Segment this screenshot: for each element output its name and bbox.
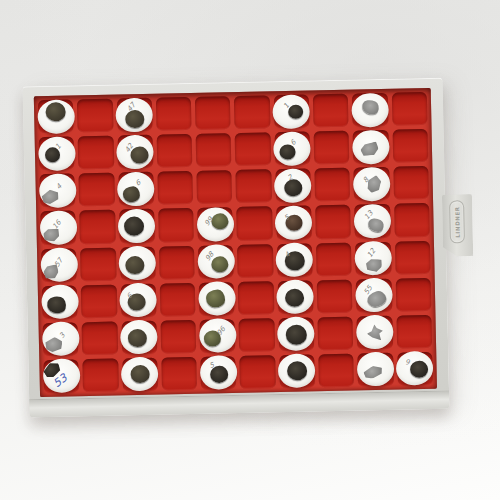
tray-cell[interactable] [160, 320, 196, 354]
coin [204, 330, 221, 346]
tray-cell[interactable] [195, 96, 231, 130]
tray-cell[interactable] [392, 129, 428, 163]
coin [40, 188, 59, 205]
ticket-label: 12 [366, 248, 378, 260]
coin-disc[interactable] [119, 246, 157, 281]
coin-disc[interactable] [118, 209, 156, 244]
coin-disc[interactable] [120, 320, 158, 355]
tray-cell[interactable] [119, 209, 155, 243]
tray-cell[interactable]: 2 [275, 169, 311, 203]
tray-cell[interactable] [353, 130, 389, 164]
coin-disc[interactable]: 6 [274, 131, 312, 166]
tray-cell[interactable] [357, 315, 393, 349]
tray-cell[interactable] [391, 92, 427, 126]
coin-disc[interactable]: 6 [119, 283, 157, 318]
lindner-tab[interactable]: LINDNER [442, 194, 473, 257]
tray-cell[interactable]: 16 [40, 211, 76, 245]
tray-cell[interactable] [240, 355, 276, 389]
tray-cell[interactable]: 99 [197, 207, 233, 241]
tray-cell[interactable] [156, 97, 192, 131]
coin-disc[interactable]: 96 [199, 318, 237, 353]
coin-tray: LINDNER 47114264628169951357984126553965… [23, 78, 450, 418]
coin [45, 147, 60, 162]
coin-disc[interactable]: 1 [38, 136, 76, 171]
tray-cell[interactable]: 5 [200, 356, 236, 390]
tray-cell[interactable]: 96 [200, 319, 236, 353]
coin [367, 324, 383, 340]
coin [46, 102, 66, 121]
coin [126, 110, 145, 128]
coin [366, 175, 382, 195]
coin-disc[interactable]: 8 [353, 167, 391, 202]
tray-cell[interactable]: 9 [397, 352, 433, 386]
tray-cell[interactable] [313, 94, 349, 128]
coin [130, 365, 149, 383]
coin-disc[interactable] [352, 129, 390, 164]
tray-cell[interactable] [81, 284, 117, 318]
coin-disc[interactable] [356, 315, 394, 350]
coin [365, 289, 387, 309]
coin [43, 228, 60, 242]
tray-cell[interactable] [77, 99, 113, 133]
coin [366, 216, 386, 235]
brand-text: LINDNER [454, 206, 461, 238]
tray-cell[interactable]: 12 [355, 241, 391, 275]
tray-cell[interactable] [196, 133, 232, 167]
coin-disc[interactable]: 55 [355, 278, 393, 313]
coin [279, 144, 295, 159]
tray-cell[interactable] [239, 318, 275, 352]
tray-cell[interactable] [237, 207, 273, 241]
tray-cell[interactable] [236, 169, 272, 203]
coin-disc[interactable]: 4 [39, 173, 77, 208]
tray-cell[interactable] [395, 278, 431, 312]
tray-cell[interactable]: 53 [43, 359, 79, 393]
coin [45, 337, 62, 352]
tray-cell[interactable]: 55 [356, 278, 392, 312]
tray-cell[interactable] [394, 203, 430, 237]
coin-disc[interactable]: 3 [42, 322, 80, 357]
coin-disc[interactable]: 6 [117, 172, 155, 207]
coin [285, 215, 302, 231]
tray-cell[interactable]: 1 [39, 136, 75, 170]
coin-disc[interactable] [121, 357, 159, 392]
coin [285, 251, 305, 270]
coin [363, 364, 384, 380]
tray-cell[interactable] [314, 168, 350, 202]
tray-cell[interactable] [358, 353, 394, 387]
coin [285, 288, 304, 306]
tray-cell[interactable] [234, 95, 270, 129]
ticket-label: 4 [55, 183, 64, 192]
tray-cell[interactable] [157, 171, 193, 205]
tray-cell[interactable] [278, 317, 314, 351]
coin [43, 264, 59, 280]
coin-disc[interactable] [41, 285, 79, 320]
tray-cell[interactable] [393, 166, 429, 200]
ticket-label: 3 [57, 331, 66, 339]
coin-disc[interactable]: 99 [196, 207, 234, 242]
tray-cell[interactable]: 42 [117, 135, 153, 169]
tray-cell[interactable]: 4 [277, 243, 313, 277]
coin-disc[interactable]: 5 [275, 205, 313, 240]
tray-cell[interactable] [197, 170, 233, 204]
coin [360, 97, 381, 117]
tray-cell[interactable] [158, 208, 194, 242]
coin [128, 294, 146, 311]
coin [131, 146, 149, 163]
coin [125, 256, 144, 274]
coin [128, 329, 147, 347]
coin [409, 361, 427, 378]
tray-cell[interactable] [235, 132, 271, 166]
tray-cell[interactable] [199, 282, 235, 316]
coin-disc[interactable]: 57 [40, 247, 78, 282]
tray-cell[interactable] [352, 93, 388, 127]
tray-cell[interactable] [316, 242, 352, 276]
tray-cell[interactable] [121, 320, 157, 354]
tray-cell[interactable] [122, 358, 158, 392]
coin-disc[interactable]: 53 [42, 359, 80, 394]
coin-disc[interactable]: 5 [200, 355, 238, 390]
tray-cell[interactable]: 47 [116, 98, 152, 132]
coin-disc[interactable]: 9 [396, 351, 434, 386]
ticket-label: 9 [405, 358, 410, 366]
coin-disc[interactable]: 16 [39, 210, 77, 245]
tray-cell[interactable] [82, 321, 118, 355]
coin [206, 289, 225, 307]
red-felt-insert: 47114264628169951357984126553965359 [34, 88, 437, 397]
tray-cell[interactable] [278, 280, 314, 314]
tray-cell[interactable]: 13 [355, 204, 391, 238]
coin-disc[interactable] [357, 352, 395, 387]
coin [42, 360, 63, 380]
coin-disc[interactable]: 98 [197, 244, 235, 279]
tray-cell[interactable] [314, 131, 350, 165]
tray-cell[interactable]: 6 [120, 283, 156, 317]
coin [286, 325, 307, 345]
tray-cell[interactable] [317, 279, 353, 313]
coin-disc[interactable] [277, 280, 315, 315]
coin-disc[interactable]: 47 [116, 97, 154, 132]
tray-cell[interactable] [161, 357, 197, 391]
coin [287, 361, 307, 380]
coin [288, 104, 303, 118]
coin [211, 257, 228, 273]
coin-disc[interactable] [198, 281, 236, 316]
tray-grid: 47114264628169951357984126553965359 [38, 92, 433, 393]
tray-cell[interactable] [38, 99, 74, 133]
tray-cell[interactable] [79, 210, 115, 244]
tray-cell[interactable]: 1 [274, 94, 310, 128]
tray-cell[interactable]: 3 [43, 322, 79, 356]
tray-cell[interactable] [315, 205, 351, 239]
coin [123, 186, 140, 202]
tray-cell[interactable] [318, 316, 354, 350]
tray-cell[interactable] [80, 247, 116, 281]
tray-cell[interactable] [42, 285, 78, 319]
coin-disc[interactable]: 12 [354, 241, 392, 276]
tray-cell[interactable] [396, 315, 432, 349]
tray-cell[interactable]: 8 [354, 167, 390, 201]
tray-cell[interactable] [79, 173, 115, 207]
coin-disc[interactable]: 13 [354, 204, 392, 239]
coin-disc[interactable]: 1 [273, 94, 311, 129]
coin [211, 213, 228, 229]
tray-cell[interactable]: 6 [118, 172, 154, 206]
coin-disc[interactable] [277, 317, 315, 352]
coin [124, 216, 144, 235]
coin-disc[interactable]: 4 [276, 242, 314, 277]
coin [284, 179, 302, 196]
coin-disc[interactable] [278, 354, 316, 389]
tray-cell[interactable] [78, 136, 114, 170]
tray-cell[interactable] [83, 358, 119, 392]
coin [46, 294, 69, 315]
tray-cell[interactable] [160, 282, 196, 316]
tray-cell[interactable] [237, 244, 273, 278]
tray-cell[interactable] [159, 245, 195, 279]
tray-cell[interactable]: 98 [198, 245, 234, 279]
tray-cell[interactable]: 4 [39, 174, 75, 208]
coin [210, 366, 228, 383]
coin-disc[interactable] [37, 99, 75, 134]
tray-cell[interactable]: 57 [41, 248, 77, 282]
coin-disc[interactable]: 42 [116, 134, 154, 169]
tray-cell[interactable] [157, 134, 193, 168]
coin [365, 258, 382, 273]
coin [360, 141, 380, 157]
coin-disc[interactable] [351, 92, 389, 127]
tray-cell[interactable]: 5 [276, 206, 312, 240]
tray-cell[interactable]: 6 [274, 132, 310, 166]
tray-cell[interactable] [279, 354, 315, 388]
tray-cell[interactable] [318, 353, 354, 387]
brand-emboss: LINDNER [449, 200, 465, 243]
tray-cell[interactable] [120, 246, 156, 280]
tray-cell[interactable] [238, 281, 274, 315]
coin-disc[interactable]: 2 [274, 168, 312, 203]
tray-cell[interactable] [395, 240, 431, 274]
